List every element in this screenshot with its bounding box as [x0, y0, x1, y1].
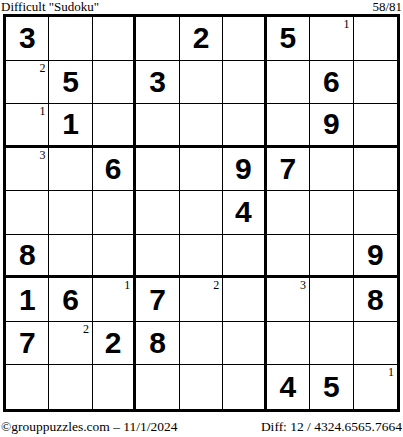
- cell-r3c1[interactable]: 1: [6, 104, 49, 148]
- corner-mark: 3: [300, 278, 306, 292]
- cell-r6c2[interactable]: [49, 235, 92, 279]
- puzzle-footer: ©grouppuzzles.com – 11/1/2024 Diff: 12 /…: [0, 419, 403, 435]
- cell-r5c2[interactable]: [49, 191, 92, 235]
- puzzle-header: Difficult "Sudoku" 58/81: [0, 0, 403, 14]
- given-digit: 9: [235, 154, 252, 184]
- cell-r6c3[interactable]: [93, 235, 136, 279]
- cell-r9c7: 4: [267, 365, 310, 409]
- cell-r5c1[interactable]: [6, 191, 49, 235]
- cell-r1c6[interactable]: [223, 17, 266, 61]
- cell-r1c3[interactable]: [93, 17, 136, 61]
- corner-mark: 2: [83, 322, 89, 336]
- cell-r8c1: 7: [6, 322, 49, 366]
- given-digit: 6: [62, 285, 79, 315]
- cell-r8c7[interactable]: [267, 322, 310, 366]
- cell-r3c3[interactable]: [93, 104, 136, 148]
- given-digit: 8: [149, 328, 166, 358]
- cell-r4c2[interactable]: [49, 148, 92, 192]
- given-digit: 4: [280, 372, 297, 402]
- cell-r8c4: 8: [136, 322, 179, 366]
- cell-r4c4[interactable]: [136, 148, 179, 192]
- cell-r7c3[interactable]: 1: [93, 278, 136, 322]
- cell-r2c9[interactable]: [354, 61, 397, 105]
- cell-r6c4[interactable]: [136, 235, 179, 279]
- cell-r9c8: 5: [310, 365, 353, 409]
- cell-r3c2: 1: [49, 104, 92, 148]
- cell-r3c5[interactable]: [180, 104, 223, 148]
- cell-r3c6[interactable]: [223, 104, 266, 148]
- cell-r8c6[interactable]: [223, 322, 266, 366]
- cell-r9c9[interactable]: 1: [354, 365, 397, 409]
- given-digit: 9: [323, 109, 340, 139]
- cell-r8c2[interactable]: 2: [49, 322, 92, 366]
- cell-r3c8: 9: [310, 104, 353, 148]
- cell-r2c7[interactable]: [267, 61, 310, 105]
- cell-r1c1: 3: [6, 17, 49, 61]
- cell-r5c8[interactable]: [310, 191, 353, 235]
- cell-r1c4[interactable]: [136, 17, 179, 61]
- given-digit: 6: [105, 154, 122, 184]
- given-digit: 3: [19, 23, 36, 53]
- cell-r8c8[interactable]: [310, 322, 353, 366]
- corner-mark: 1: [124, 278, 130, 292]
- cell-r7c6[interactable]: [223, 278, 266, 322]
- given-digit: 2: [105, 328, 122, 358]
- given-digit: 8: [367, 285, 384, 315]
- cell-r1c5: 2: [180, 17, 223, 61]
- cell-r4c1[interactable]: 3: [6, 148, 49, 192]
- cell-r7c4: 7: [136, 278, 179, 322]
- corner-mark: 3: [39, 148, 45, 162]
- cell-r5c4[interactable]: [136, 191, 179, 235]
- cell-r6c8[interactable]: [310, 235, 353, 279]
- copyright-text: ©grouppuzzles.com – 11/1/2024: [1, 419, 178, 435]
- cell-r4c3: 6: [93, 148, 136, 192]
- cell-r1c8[interactable]: 1: [310, 17, 353, 61]
- given-digit: 7: [149, 285, 166, 315]
- corner-mark: 1: [39, 104, 45, 118]
- puzzle-title: Difficult "Sudoku": [1, 0, 99, 14]
- given-digit: 2: [193, 23, 210, 53]
- corner-mark: 2: [213, 278, 219, 292]
- cell-r6c9: 9: [354, 235, 397, 279]
- given-digit: 6: [323, 67, 340, 97]
- cell-r5c5[interactable]: [180, 191, 223, 235]
- cell-r7c1: 1: [6, 278, 49, 322]
- given-digit: 7: [19, 328, 36, 358]
- cell-r9c6[interactable]: [223, 365, 266, 409]
- givens-counter: 58/81: [372, 0, 402, 14]
- cell-r7c2: 6: [49, 278, 92, 322]
- given-digit: 8: [19, 240, 36, 270]
- cell-r9c4[interactable]: [136, 365, 179, 409]
- corner-mark: 2: [39, 61, 45, 75]
- cell-r9c2[interactable]: [49, 365, 92, 409]
- cell-r2c6[interactable]: [223, 61, 266, 105]
- cell-r6c1: 8: [6, 235, 49, 279]
- cell-r8c9[interactable]: [354, 322, 397, 366]
- cell-r7c8[interactable]: [310, 278, 353, 322]
- given-digit: 3: [149, 67, 166, 97]
- cell-r1c7: 5: [267, 17, 310, 61]
- cell-r4c9[interactable]: [354, 148, 397, 192]
- difficulty-text: Diff: 12 / 4324.6565.7664: [261, 419, 402, 435]
- cell-r6c7[interactable]: [267, 235, 310, 279]
- cell-r8c3: 2: [93, 322, 136, 366]
- cell-r6c6[interactable]: [223, 235, 266, 279]
- cell-r5c3[interactable]: [93, 191, 136, 235]
- cell-r1c2[interactable]: [49, 17, 92, 61]
- cell-r8c5[interactable]: [180, 322, 223, 366]
- cell-r6c5[interactable]: [180, 235, 223, 279]
- cell-r7c9: 8: [354, 278, 397, 322]
- given-digit: 5: [323, 372, 340, 402]
- cell-r2c2: 5: [49, 61, 92, 105]
- cell-r9c1[interactable]: [6, 365, 49, 409]
- cell-r9c5[interactable]: [180, 365, 223, 409]
- cell-r4c5[interactable]: [180, 148, 223, 192]
- given-digit: 9: [367, 240, 384, 270]
- cell-r2c8: 6: [310, 61, 353, 105]
- cell-r5c6: 4: [223, 191, 266, 235]
- corner-mark: 1: [388, 365, 394, 379]
- cell-r9c3[interactable]: [93, 365, 136, 409]
- cell-r3c7[interactable]: [267, 104, 310, 148]
- cell-r4c8[interactable]: [310, 148, 353, 192]
- given-digit: 4: [235, 197, 252, 227]
- cell-r4c7: 7: [267, 148, 310, 192]
- corner-mark: 1: [344, 17, 350, 31]
- given-digit: 5: [62, 67, 79, 97]
- cell-r1c9[interactable]: [354, 17, 397, 61]
- cell-r4c6: 9: [223, 148, 266, 192]
- cell-r3c9[interactable]: [354, 104, 397, 148]
- given-digit: 1: [62, 109, 79, 139]
- cell-r2c3[interactable]: [93, 61, 136, 105]
- cell-r7c5[interactable]: 2: [180, 278, 223, 322]
- cell-r5c9[interactable]: [354, 191, 397, 235]
- cell-r2c5[interactable]: [180, 61, 223, 105]
- cell-r7c7[interactable]: 3: [267, 278, 310, 322]
- given-digit: 7: [280, 154, 297, 184]
- cell-r5c7[interactable]: [267, 191, 310, 235]
- cell-r2c4: 3: [136, 61, 179, 105]
- cell-r3c4[interactable]: [136, 104, 179, 148]
- given-digit: 1: [19, 285, 36, 315]
- given-digit: 5: [280, 23, 297, 53]
- cell-r2c1[interactable]: 2: [6, 61, 49, 105]
- sudoku-grid: 32512536119369748916172387228451: [3, 14, 400, 412]
